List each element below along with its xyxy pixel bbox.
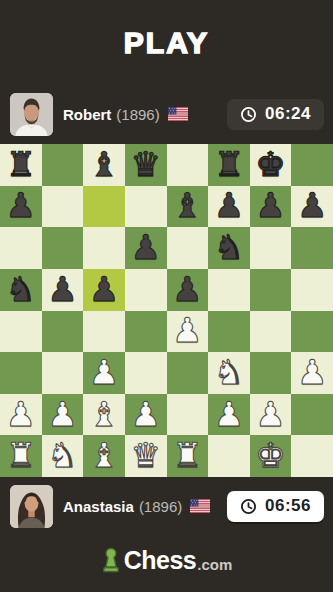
opponent-clock: 06:24 — [227, 99, 324, 130]
square-c3[interactable]: ♟ — [83, 352, 125, 394]
square-f6[interactable]: ♞ — [208, 227, 250, 269]
square-e4[interactable]: ♟ — [167, 311, 209, 353]
opponent-name: Robert — [63, 106, 111, 123]
white-rook[interactable]: ♜ — [6, 438, 36, 472]
white-pawn[interactable]: ♟ — [89, 355, 119, 389]
square-d8[interactable]: ♛ — [125, 144, 167, 186]
white-bishop[interactable]: ♝ — [89, 438, 119, 472]
player-avatar-photo — [10, 485, 53, 528]
square-e5[interactable]: ♟ — [167, 269, 209, 311]
square-g4[interactable] — [250, 311, 292, 353]
square-g3[interactable] — [250, 352, 292, 394]
square-b6[interactable] — [42, 227, 84, 269]
square-e3[interactable] — [167, 352, 209, 394]
square-d3[interactable] — [125, 352, 167, 394]
square-c4[interactable] — [83, 311, 125, 353]
square-h1[interactable] — [291, 435, 333, 477]
black-pawn[interactable]: ♟ — [172, 272, 202, 306]
square-d4[interactable] — [125, 311, 167, 353]
square-a6[interactable] — [0, 227, 42, 269]
square-d7[interactable] — [125, 186, 167, 228]
square-g8[interactable]: ♚ — [250, 144, 292, 186]
square-f2[interactable]: ♟ — [208, 394, 250, 436]
square-c8[interactable]: ♝ — [83, 144, 125, 186]
white-queen[interactable]: ♛ — [130, 438, 160, 472]
player-avatar[interactable] — [10, 485, 53, 528]
white-knight[interactable]: ♞ — [47, 438, 77, 472]
chesscom-logo[interactable]: Chess .com — [0, 547, 333, 573]
white-pawn[interactable]: ♟ — [130, 397, 160, 431]
square-c2[interactable]: ♝ — [83, 394, 125, 436]
black-pawn[interactable]: ♟ — [130, 230, 160, 264]
square-g2[interactable]: ♟ — [250, 394, 292, 436]
square-d6[interactable]: ♟ — [125, 227, 167, 269]
square-b7[interactable] — [42, 186, 84, 228]
brand-text: Chess — [124, 548, 197, 573]
square-a1[interactable]: ♜ — [0, 435, 42, 477]
square-a4[interactable] — [0, 311, 42, 353]
player-rating: (1896) — [139, 498, 182, 515]
square-f7[interactable]: ♟ — [208, 186, 250, 228]
us-flag-icon — [190, 499, 210, 513]
black-king[interactable]: ♚ — [255, 147, 285, 181]
white-pawn[interactable]: ♟ — [47, 397, 77, 431]
square-h6[interactable] — [291, 227, 333, 269]
opponent-rating: (1896) — [116, 106, 159, 123]
square-b1[interactable]: ♞ — [42, 435, 84, 477]
square-d5[interactable] — [125, 269, 167, 311]
opponent-avatar-photo — [10, 93, 53, 136]
black-knight[interactable]: ♞ — [214, 230, 244, 264]
square-a5[interactable]: ♞ — [0, 269, 42, 311]
black-rook[interactable]: ♜ — [6, 147, 36, 181]
white-king[interactable]: ♚ — [255, 438, 285, 472]
square-f3[interactable]: ♞ — [208, 352, 250, 394]
square-c1[interactable]: ♝ — [83, 435, 125, 477]
square-g7[interactable]: ♟ — [250, 186, 292, 228]
square-h8[interactable] — [291, 144, 333, 186]
square-b2[interactable]: ♟ — [42, 394, 84, 436]
black-pawn[interactable]: ♟ — [297, 188, 327, 222]
square-f4[interactable] — [208, 311, 250, 353]
brand-tld: .com — [197, 557, 232, 573]
black-pawn[interactable]: ♟ — [255, 188, 285, 222]
player-time: 06:56 — [265, 496, 311, 516]
black-rook[interactable]: ♜ — [214, 147, 244, 181]
black-knight[interactable]: ♞ — [6, 272, 36, 306]
white-pawn[interactable]: ♟ — [6, 397, 36, 431]
square-h5[interactable] — [291, 269, 333, 311]
white-bishop[interactable]: ♝ — [89, 397, 119, 431]
square-a3[interactable] — [0, 352, 42, 394]
square-b8[interactable] — [42, 144, 84, 186]
square-a8[interactable]: ♜ — [0, 144, 42, 186]
white-knight[interactable]: ♞ — [214, 355, 244, 389]
white-pawn[interactable]: ♟ — [172, 313, 202, 347]
us-flag-icon — [168, 107, 188, 121]
player-clock: 06:56 — [227, 491, 324, 522]
square-a7[interactable]: ♟ — [0, 186, 42, 228]
page-title: PLAY — [0, 26, 333, 60]
square-c5[interactable]: ♟ — [83, 269, 125, 311]
clock-icon — [240, 106, 257, 123]
player-info: Anastasia (1896) — [63, 498, 210, 515]
square-h2[interactable] — [291, 394, 333, 436]
square-f5[interactable] — [208, 269, 250, 311]
square-e6[interactable] — [167, 227, 209, 269]
app-screen: PLAY Robert (1896) — [0, 0, 333, 592]
square-e2[interactable] — [167, 394, 209, 436]
square-g6[interactable] — [250, 227, 292, 269]
square-e1[interactable]: ♜ — [167, 435, 209, 477]
opponent-bar: Robert (1896) 06:24 — [10, 92, 324, 136]
opponent-info: Robert (1896) — [63, 106, 188, 123]
square-g5[interactable] — [250, 269, 292, 311]
black-bishop[interactable]: ♝ — [172, 188, 202, 222]
square-b5[interactable]: ♟ — [42, 269, 84, 311]
player-name: Anastasia — [63, 498, 134, 515]
opponent-avatar[interactable] — [10, 93, 53, 136]
square-h7[interactable]: ♟ — [291, 186, 333, 228]
black-pawn[interactable]: ♟ — [6, 188, 36, 222]
square-e8[interactable] — [167, 144, 209, 186]
square-e7[interactable]: ♝ — [167, 186, 209, 228]
square-h3[interactable]: ♟ — [291, 352, 333, 394]
square-b3[interactable] — [42, 352, 84, 394]
clock-icon — [240, 498, 257, 515]
white-pawn[interactable]: ♟ — [255, 397, 285, 431]
square-f8[interactable]: ♜ — [208, 144, 250, 186]
white-pawn[interactable]: ♟ — [297, 355, 327, 389]
square-d2[interactable]: ♟ — [125, 394, 167, 436]
player-bar: Anastasia (1896) 06: — [10, 484, 324, 528]
square-f1[interactable] — [208, 435, 250, 477]
square-a2[interactable]: ♟ — [0, 394, 42, 436]
white-pawn[interactable]: ♟ — [214, 397, 244, 431]
black-pawn[interactable]: ♟ — [89, 272, 119, 306]
opponent-time: 06:24 — [265, 104, 311, 124]
square-g1[interactable]: ♚ — [250, 435, 292, 477]
black-pawn[interactable]: ♟ — [214, 188, 244, 222]
black-queen[interactable]: ♛ — [130, 147, 160, 181]
square-d1[interactable]: ♛ — [125, 435, 167, 477]
square-b4[interactable] — [42, 311, 84, 353]
chesscom-pawn-icon — [101, 547, 121, 573]
black-pawn[interactable]: ♟ — [47, 272, 77, 306]
square-c6[interactable] — [83, 227, 125, 269]
square-c7[interactable] — [83, 186, 125, 228]
black-bishop[interactable]: ♝ — [89, 147, 119, 181]
white-rook[interactable]: ♜ — [172, 438, 202, 472]
chess-board: ♜♝♛♜♚♟♝♟♟♟♟♞♞♟♟♟♟♟♞♟♟♟♝♟♟♟♜♞♝♛♜♚ — [0, 144, 333, 477]
square-h4[interactable] — [291, 311, 333, 353]
